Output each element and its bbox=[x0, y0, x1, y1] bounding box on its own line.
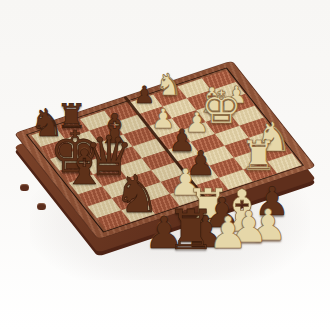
captured-piece-black-rook-2: ♜ bbox=[166, 203, 215, 258]
piece-black-bishop-a4: ♝ bbox=[63, 143, 106, 192]
piece-white-knight-f8: ♞ bbox=[155, 71, 182, 101]
hinge-clasp bbox=[37, 203, 46, 210]
hinge-clasp bbox=[20, 184, 29, 191]
piece-white-rook-g1: ♜ bbox=[240, 136, 277, 177]
chess-set-photo: Overhead-angle product photo of an open … bbox=[0, 0, 330, 330]
